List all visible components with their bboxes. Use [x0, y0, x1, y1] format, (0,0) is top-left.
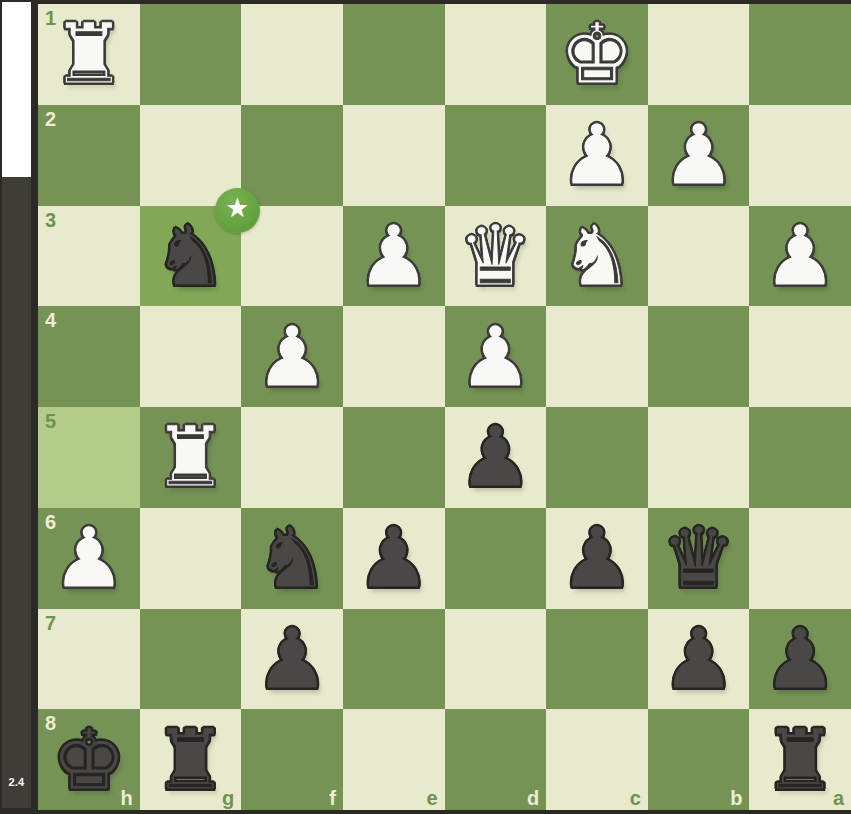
square-a5[interactable] — [749, 407, 851, 508]
square-e1[interactable] — [343, 4, 445, 105]
square-c6[interactable]: ♟ — [546, 508, 648, 609]
square-f5[interactable] — [241, 407, 343, 508]
file-label-c: c — [630, 787, 641, 810]
square-b8[interactable]: b — [648, 709, 750, 810]
square-b4[interactable] — [648, 306, 750, 407]
eval-sidebar: 2.4 — [0, 0, 38, 814]
square-d4[interactable]: ♟ — [445, 306, 547, 407]
square-b5[interactable] — [648, 407, 750, 508]
square-d6[interactable] — [445, 508, 547, 609]
square-b7[interactable]: ♟ — [648, 609, 750, 710]
file-label-f: f — [329, 787, 336, 810]
square-c4[interactable] — [546, 306, 648, 407]
evaluation-score: 2.4 — [2, 776, 31, 788]
square-c8[interactable]: c — [546, 709, 648, 810]
square-b3[interactable] — [648, 206, 750, 307]
piece-white-queen[interactable]: ♛ — [445, 206, 547, 307]
square-d3[interactable]: ♛ — [445, 206, 547, 307]
square-c3[interactable]: ♞ — [546, 206, 648, 307]
square-e2[interactable] — [343, 105, 445, 206]
square-h1[interactable]: 1♜ — [38, 4, 140, 105]
file-label-e: e — [426, 787, 437, 810]
square-f6[interactable]: ♞ — [241, 508, 343, 609]
square-a4[interactable] — [749, 306, 851, 407]
piece-black-queen[interactable]: ♛ — [648, 508, 750, 609]
rank-label-2: 2 — [45, 108, 56, 131]
square-f7[interactable]: ♟ — [241, 609, 343, 710]
piece-black-rook[interactable]: ♜ — [140, 709, 242, 810]
square-d7[interactable] — [445, 609, 547, 710]
square-g8[interactable]: g♜ — [140, 709, 242, 810]
piece-black-king[interactable]: ♚ — [38, 709, 140, 810]
square-h3[interactable]: 3 — [38, 206, 140, 307]
piece-white-rook[interactable]: ♜ — [38, 4, 140, 105]
evaluation-bar: 2.4 — [2, 2, 31, 808]
square-a1[interactable] — [749, 4, 851, 105]
square-b2[interactable]: ♟ — [648, 105, 750, 206]
square-a7[interactable]: ♟ — [749, 609, 851, 710]
rank-label-7: 7 — [45, 612, 56, 635]
chess-board[interactable]: 1♜♚2♟♟3♞♟♛♞♟4♟♟5♜♟6♟♞♟♟♛7♟♟♟8h♚g♜fedcba♜… — [38, 4, 851, 810]
square-d2[interactable] — [445, 105, 547, 206]
square-a6[interactable] — [749, 508, 851, 609]
square-f4[interactable]: ♟ — [241, 306, 343, 407]
square-c5[interactable] — [546, 407, 648, 508]
square-h4[interactable]: 4 — [38, 306, 140, 407]
piece-black-pawn[interactable]: ♟ — [749, 609, 851, 710]
square-e7[interactable] — [343, 609, 445, 710]
piece-white-pawn[interactable]: ♟ — [241, 306, 343, 407]
square-e5[interactable] — [343, 407, 445, 508]
piece-white-king[interactable]: ♚ — [546, 4, 648, 105]
piece-white-rook[interactable]: ♜ — [140, 407, 242, 508]
evaluation-bar-white-section — [2, 2, 31, 177]
square-e4[interactable] — [343, 306, 445, 407]
rank-label-4: 4 — [45, 309, 56, 332]
square-f1[interactable] — [241, 4, 343, 105]
square-b6[interactable]: ♛ — [648, 508, 750, 609]
rank-label-5: 5 — [45, 410, 56, 433]
square-g1[interactable] — [140, 4, 242, 105]
square-d1[interactable] — [445, 4, 547, 105]
square-h8[interactable]: 8h♚ — [38, 709, 140, 810]
square-h2[interactable]: 2 — [38, 105, 140, 206]
square-h7[interactable]: 7 — [38, 609, 140, 710]
square-d5[interactable]: ♟ — [445, 407, 547, 508]
piece-white-pawn[interactable]: ♟ — [749, 206, 851, 307]
square-g5[interactable]: ♜ — [140, 407, 242, 508]
game-window: 2.4 1♜♚2♟♟3♞♟♛♞♟4♟♟5♜♟6♟♞♟♟♛7♟♟♟8h♚g♜fed… — [0, 0, 851, 814]
piece-white-pawn[interactable]: ♟ — [546, 105, 648, 206]
piece-white-knight[interactable]: ♞ — [546, 206, 648, 307]
square-g7[interactable] — [140, 609, 242, 710]
piece-black-pawn[interactable]: ♟ — [241, 609, 343, 710]
square-c1[interactable]: ♚ — [546, 4, 648, 105]
square-d8[interactable]: d — [445, 709, 547, 810]
piece-black-pawn[interactable]: ♟ — [445, 407, 547, 508]
square-a2[interactable] — [749, 105, 851, 206]
best-move-star-icon: ★ — [215, 188, 260, 233]
square-h6[interactable]: 6♟ — [38, 508, 140, 609]
piece-black-pawn[interactable]: ♟ — [648, 609, 750, 710]
file-label-d: d — [527, 787, 539, 810]
square-g6[interactable] — [140, 508, 242, 609]
piece-black-pawn[interactable]: ♟ — [343, 508, 445, 609]
square-c2[interactable]: ♟ — [546, 105, 648, 206]
piece-white-pawn[interactable]: ♟ — [343, 206, 445, 307]
square-c7[interactable] — [546, 609, 648, 710]
square-f2[interactable] — [241, 105, 343, 206]
file-label-b: b — [730, 787, 742, 810]
piece-white-pawn[interactable]: ♟ — [445, 306, 547, 407]
piece-black-knight[interactable]: ♞ — [241, 508, 343, 609]
square-g4[interactable] — [140, 306, 242, 407]
square-e3[interactable]: ♟ — [343, 206, 445, 307]
square-h5[interactable]: 5 — [38, 407, 140, 508]
square-a3[interactable]: ♟ — [749, 206, 851, 307]
square-b1[interactable] — [648, 4, 750, 105]
square-f8[interactable]: f — [241, 709, 343, 810]
star-icon: ★ — [225, 195, 249, 222]
square-e6[interactable]: ♟ — [343, 508, 445, 609]
piece-black-pawn[interactable]: ♟ — [546, 508, 648, 609]
piece-white-pawn[interactable]: ♟ — [648, 105, 750, 206]
square-a8[interactable]: a♜ — [749, 709, 851, 810]
piece-black-rook[interactable]: ♜ — [749, 709, 851, 810]
piece-white-pawn[interactable]: ♟ — [38, 508, 140, 609]
rank-label-3: 3 — [45, 209, 56, 232]
square-e8[interactable]: e — [343, 709, 445, 810]
